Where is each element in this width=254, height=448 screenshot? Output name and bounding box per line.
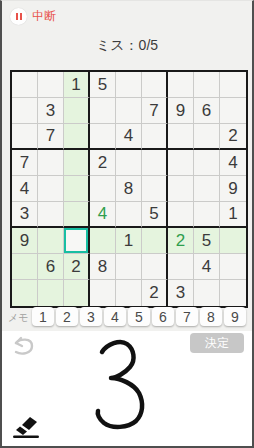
sudoku-cell-r2c5[interactable]: [116, 98, 142, 124]
sudoku-cell-r5c3[interactable]: [64, 176, 90, 202]
sudoku-cell-r8c7[interactable]: [168, 254, 194, 280]
sudoku-app-screen: 中断 ミス：0/5 15379674272448934519125628423 …: [0, 0, 254, 448]
sudoku-cell-r4c8[interactable]: [194, 150, 220, 176]
sudoku-cell-r7c3[interactable]: [64, 228, 90, 254]
sudoku-cell-r7c4[interactable]: [90, 228, 116, 254]
mistake-counter: ミス：0/5: [2, 37, 252, 55]
sudoku-cell-r6c6[interactable]: 5: [142, 202, 168, 228]
sudoku-cell-r8c3[interactable]: 2: [64, 254, 90, 280]
sudoku-cell-r6c4[interactable]: 4: [90, 202, 116, 228]
sudoku-cell-r2c4[interactable]: [90, 98, 116, 124]
sudoku-cell-r1c3[interactable]: 1: [64, 72, 90, 98]
sudoku-cell-r5c6[interactable]: [142, 176, 168, 202]
sudoku-cell-r4c1[interactable]: 7: [12, 150, 38, 176]
eraser-icon[interactable]: [8, 413, 44, 441]
sudoku-cell-r5c4[interactable]: [90, 176, 116, 202]
sudoku-cell-r8c1[interactable]: [12, 254, 38, 280]
sudoku-cell-r2c7[interactable]: 9: [168, 98, 194, 124]
sudoku-cell-r9c7[interactable]: 3: [168, 280, 194, 306]
sudoku-cell-r6c5[interactable]: [116, 202, 142, 228]
sudoku-cell-r6c1[interactable]: 3: [12, 202, 38, 228]
sudoku-cell-r1c5[interactable]: [116, 72, 142, 98]
sudoku-cell-r5c5[interactable]: 8: [116, 176, 142, 202]
sudoku-cell-r2c1[interactable]: [12, 98, 38, 124]
sudoku-cell-r5c9[interactable]: 9: [220, 176, 246, 202]
pause-button[interactable]: 中断: [10, 8, 56, 25]
sudoku-cell-r2c3[interactable]: [64, 98, 90, 124]
sudoku-cell-r8c5[interactable]: [116, 254, 142, 280]
sudoku-cell-r8c9[interactable]: [220, 254, 246, 280]
sudoku-cell-r9c6[interactable]: 2: [142, 280, 168, 306]
sudoku-cell-r4c2[interactable]: [38, 150, 64, 176]
sudoku-cell-r7c5[interactable]: 1: [116, 228, 142, 254]
numpad-button-1[interactable]: 1: [32, 307, 54, 326]
sudoku-cell-r3c9[interactable]: 2: [220, 124, 246, 150]
sudoku-cell-r4c9[interactable]: 4: [220, 150, 246, 176]
sudoku-cell-r5c2[interactable]: [38, 176, 64, 202]
numpad-button-3[interactable]: 3: [80, 307, 102, 326]
sudoku-cell-r1c9[interactable]: [220, 72, 246, 98]
sudoku-cell-r1c8[interactable]: [194, 72, 220, 98]
numpad-button-5[interactable]: 5: [128, 307, 150, 326]
confirm-button[interactable]: 決定: [190, 333, 244, 353]
sudoku-cell-r5c8[interactable]: [194, 176, 220, 202]
numpad-button-9[interactable]: 9: [224, 307, 246, 326]
pause-button-label: 中断: [32, 8, 56, 25]
sudoku-cell-r3c7[interactable]: [168, 124, 194, 150]
sudoku-cell-r7c7[interactable]: 2: [168, 228, 194, 254]
sudoku-cell-r7c1[interactable]: 9: [12, 228, 38, 254]
sudoku-cell-r8c8[interactable]: 4: [194, 254, 220, 280]
sudoku-cell-r9c2[interactable]: [38, 280, 64, 306]
sudoku-cell-r3c2[interactable]: 7: [38, 124, 64, 150]
sudoku-cell-r7c9[interactable]: [220, 228, 246, 254]
sudoku-cell-r4c3[interactable]: [64, 150, 90, 176]
numpad-button-7[interactable]: 7: [176, 307, 198, 326]
sudoku-cell-r3c6[interactable]: [142, 124, 168, 150]
sudoku-cell-r9c8[interactable]: [194, 280, 220, 306]
sudoku-cell-r6c7[interactable]: [168, 202, 194, 228]
sudoku-cell-r7c8[interactable]: 5: [194, 228, 220, 254]
sudoku-cell-r6c3[interactable]: [64, 202, 90, 228]
numpad-button-4[interactable]: 4: [104, 307, 126, 326]
sudoku-cell-r6c9[interactable]: 1: [220, 202, 246, 228]
sudoku-cell-r4c7[interactable]: [168, 150, 194, 176]
sudoku-cell-r9c1[interactable]: [12, 280, 38, 306]
handwritten-digit-3: [87, 334, 157, 439]
memo-row: メモ 123456789: [2, 307, 252, 329]
sudoku-cell-r9c3[interactable]: [64, 280, 90, 306]
numpad-button-8[interactable]: 8: [200, 307, 222, 326]
sudoku-cell-r6c2[interactable]: [38, 202, 64, 228]
sudoku-cell-r1c1[interactable]: [12, 72, 38, 98]
sudoku-cell-r9c5[interactable]: [116, 280, 142, 306]
sudoku-cell-r3c5[interactable]: 4: [116, 124, 142, 150]
sudoku-cell-r5c7[interactable]: [168, 176, 194, 202]
sudoku-cell-r3c3[interactable]: [64, 124, 90, 150]
sudoku-cell-r8c4[interactable]: 8: [90, 254, 116, 280]
sudoku-cell-r4c4[interactable]: 2: [90, 150, 116, 176]
sudoku-cell-r2c2[interactable]: 3: [38, 98, 64, 124]
sudoku-cell-r1c6[interactable]: [142, 72, 168, 98]
sudoku-cell-r7c2[interactable]: [38, 228, 64, 254]
sudoku-cell-r3c8[interactable]: [194, 124, 220, 150]
numpad-button-6[interactable]: 6: [152, 307, 174, 326]
sudoku-cell-r4c6[interactable]: [142, 150, 168, 176]
sudoku-cell-r7c6[interactable]: [142, 228, 168, 254]
sudoku-cell-r1c4[interactable]: 5: [90, 72, 116, 98]
handwriting-panel[interactable]: 決定: [2, 331, 252, 447]
sudoku-cell-r9c4[interactable]: [90, 280, 116, 306]
number-pad: 123456789: [32, 307, 246, 326]
sudoku-cell-r5c1[interactable]: 4: [12, 176, 38, 202]
undo-icon[interactable]: [10, 334, 36, 358]
sudoku-board: 15379674272448934519125628423: [10, 70, 248, 308]
sudoku-cell-r3c1[interactable]: [12, 124, 38, 150]
sudoku-cell-r6c8[interactable]: [194, 202, 220, 228]
sudoku-cell-r4c5[interactable]: [116, 150, 142, 176]
sudoku-cell-r2c8[interactable]: 6: [194, 98, 220, 124]
numpad-button-2[interactable]: 2: [56, 307, 78, 326]
pause-icon: [10, 8, 27, 25]
memo-label: メモ: [8, 311, 28, 325]
sudoku-cell-r1c2[interactable]: [38, 72, 64, 98]
sudoku-cell-r1c7[interactable]: [168, 72, 194, 98]
sudoku-cell-r8c2[interactable]: 6: [38, 254, 64, 280]
sudoku-cell-r3c4[interactable]: [90, 124, 116, 150]
sudoku-cell-r2c6[interactable]: 7: [142, 98, 168, 124]
sudoku-cell-r9c9[interactable]: [220, 280, 246, 306]
sudoku-cell-r8c6[interactable]: [142, 254, 168, 280]
sudoku-cell-r2c9[interactable]: [220, 98, 246, 124]
